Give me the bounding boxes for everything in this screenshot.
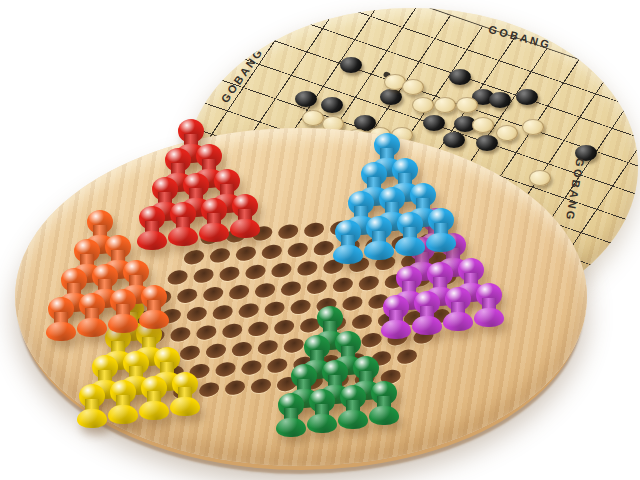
chinese-checkers-board bbox=[15, 128, 587, 466]
peg-purple[interactable] bbox=[443, 287, 473, 331]
peg-yellow[interactable] bbox=[108, 380, 138, 424]
peg-orange[interactable] bbox=[77, 293, 107, 337]
white-stone[interactable] bbox=[412, 97, 434, 113]
product-photo: GOBANG GOBANG GOBANG bbox=[0, 0, 640, 480]
peg-blue[interactable] bbox=[426, 208, 456, 252]
peg-red[interactable] bbox=[199, 198, 229, 242]
black-stone[interactable] bbox=[340, 57, 362, 73]
peg-yellow[interactable] bbox=[139, 376, 169, 420]
white-stone[interactable] bbox=[456, 97, 478, 113]
peg-purple[interactable] bbox=[474, 283, 504, 327]
peg-red[interactable] bbox=[168, 202, 198, 246]
peg-layer bbox=[15, 128, 587, 466]
peg-green[interactable] bbox=[307, 389, 337, 433]
black-stone[interactable] bbox=[516, 89, 538, 105]
peg-blue[interactable] bbox=[333, 220, 363, 264]
peg-orange[interactable] bbox=[108, 289, 138, 333]
black-stone[interactable] bbox=[489, 92, 511, 108]
peg-yellow[interactable] bbox=[77, 384, 107, 428]
peg-red[interactable] bbox=[230, 194, 260, 238]
peg-purple[interactable] bbox=[381, 295, 411, 339]
white-stone[interactable] bbox=[434, 97, 456, 113]
peg-blue[interactable] bbox=[395, 212, 425, 256]
black-stone[interactable] bbox=[295, 91, 317, 107]
peg-green[interactable] bbox=[276, 393, 306, 437]
peg-orange[interactable] bbox=[46, 297, 76, 341]
peg-green[interactable] bbox=[338, 385, 368, 429]
peg-orange[interactable] bbox=[139, 285, 169, 329]
black-stone[interactable] bbox=[449, 69, 471, 85]
black-stone[interactable] bbox=[321, 97, 343, 113]
white-stone[interactable] bbox=[302, 110, 324, 126]
white-stone[interactable] bbox=[402, 79, 424, 95]
peg-yellow[interactable] bbox=[170, 372, 200, 416]
peg-green[interactable] bbox=[369, 381, 399, 425]
peg-blue[interactable] bbox=[364, 216, 394, 260]
peg-red[interactable] bbox=[137, 206, 167, 250]
peg-purple[interactable] bbox=[412, 291, 442, 335]
black-stone[interactable] bbox=[380, 89, 402, 105]
